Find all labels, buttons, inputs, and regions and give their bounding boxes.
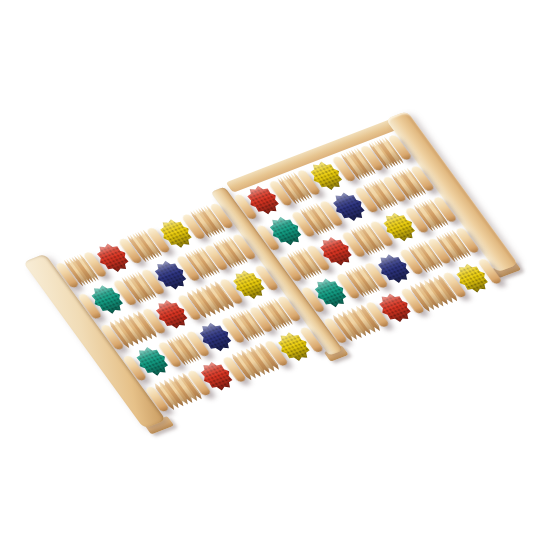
foot-massage-roller bbox=[20, 109, 535, 434]
product-photo bbox=[0, 0, 551, 551]
